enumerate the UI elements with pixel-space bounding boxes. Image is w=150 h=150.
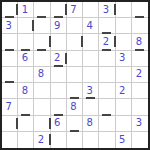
- cell-r4c6[interactable]: [99, 67, 115, 83]
- consecutive-mark-vertical-r0c3: [65, 4, 67, 15]
- cell-r5c7[interactable]: 2: [116, 83, 132, 99]
- cell-r3c3[interactable]: 2: [51, 51, 67, 67]
- given-digit: 3: [87, 86, 93, 96]
- cell-r5c0[interactable]: [2, 83, 18, 99]
- cell-r7c0[interactable]: [2, 116, 18, 132]
- given-digit: 8: [70, 102, 76, 112]
- cell-r0c6[interactable]: 3: [99, 2, 115, 18]
- cell-r3c5[interactable]: [83, 51, 99, 67]
- consecutive-mark-vertical-r0c0: [16, 4, 18, 15]
- cell-r4c3[interactable]: [51, 67, 67, 83]
- consecutive-mark-horizontal-r5c4: [70, 97, 79, 99]
- cell-r5c3[interactable]: [51, 83, 67, 99]
- cell-r6c0[interactable]: 7: [2, 99, 18, 115]
- sudoku-board: 17339428623828327868325: [0, 0, 150, 150]
- cell-r4c7[interactable]: [116, 67, 132, 83]
- consecutive-mark-horizontal-r5c5: [86, 97, 95, 99]
- given-digit: 2: [38, 135, 44, 145]
- cell-r6c7[interactable]: [116, 99, 132, 115]
- consecutive-mark-horizontal-r3c3: [54, 65, 63, 67]
- consecutive-mark-horizontal-r0c8: [135, 16, 144, 18]
- cell-r7c7[interactable]: [116, 116, 132, 132]
- cell-r7c2[interactable]: [34, 116, 50, 132]
- cell-r6c5[interactable]: [83, 99, 99, 115]
- consecutive-mark-vertical-r7c0: [16, 118, 18, 129]
- consecutive-mark-horizontal-r4c0: [5, 81, 14, 83]
- cell-r5c4[interactable]: [67, 83, 83, 99]
- cell-r2c1[interactable]: [18, 34, 34, 50]
- consecutive-mark-vertical-r2c2: [49, 36, 51, 47]
- cell-r8c1[interactable]: [18, 132, 34, 148]
- cell-r5c8[interactable]: [132, 83, 148, 99]
- given-digit: 3: [103, 5, 109, 15]
- given-digit: 2: [54, 53, 60, 63]
- cell-r0c7[interactable]: [116, 2, 132, 18]
- cell-r8c7[interactable]: 5: [116, 132, 132, 148]
- cell-r1c5[interactable]: 4: [83, 18, 99, 34]
- cell-r4c0[interactable]: [2, 67, 18, 83]
- given-digit: 1: [22, 5, 28, 15]
- consecutive-mark-horizontal-r2c1: [21, 49, 30, 51]
- cell-r0c5[interactable]: [83, 2, 99, 18]
- consecutive-mark-vertical-r3c3: [65, 53, 67, 64]
- consecutive-mark-horizontal-r0c2: [37, 16, 46, 18]
- given-digit: 6: [22, 53, 28, 63]
- given-digit: 8: [22, 86, 28, 96]
- consecutive-mark-vertical-r8c2: [49, 134, 51, 145]
- cell-r4c8[interactable]: 2: [132, 67, 148, 83]
- cell-r1c6[interactable]: [99, 18, 115, 34]
- consecutive-mark-vertical-r2c4: [81, 36, 83, 47]
- given-digit: 4: [87, 21, 93, 31]
- cell-r8c8[interactable]: [132, 132, 148, 148]
- cell-r3c1[interactable]: 6: [18, 51, 34, 67]
- cell-r2c5[interactable]: [83, 34, 99, 50]
- cell-r3c7[interactable]: 3: [116, 51, 132, 67]
- cell-r6c8[interactable]: [132, 99, 148, 115]
- cell-r7c3[interactable]: 6: [51, 116, 67, 132]
- cell-r8c4[interactable]: [67, 132, 83, 148]
- cell-r2c6[interactable]: 2: [99, 34, 115, 50]
- given-digit: 3: [136, 118, 142, 128]
- cell-r8c5[interactable]: [83, 132, 99, 148]
- given-digit: 6: [54, 118, 60, 128]
- cell-r6c3[interactable]: [51, 99, 67, 115]
- cell-r7c8[interactable]: 3: [132, 116, 148, 132]
- cell-r0c0[interactable]: [2, 2, 18, 18]
- cell-r3c2[interactable]: [34, 51, 50, 67]
- consecutive-mark-vertical-r1c1: [32, 20, 34, 31]
- consecutive-mark-horizontal-r2c8: [135, 49, 144, 51]
- consecutive-mark-horizontal-r2c0: [5, 49, 14, 51]
- given-digit: 2: [103, 37, 109, 47]
- cell-r0c3[interactable]: [51, 2, 67, 18]
- cell-r4c2[interactable]: 8: [34, 67, 50, 83]
- cell-r7c1[interactable]: [18, 116, 34, 132]
- cell-r1c4[interactable]: [67, 18, 83, 34]
- consecutive-mark-vertical-r7c2: [49, 118, 51, 129]
- cell-r5c6[interactable]: [99, 83, 115, 99]
- cell-r7c5[interactable]: 8: [83, 116, 99, 132]
- cell-r1c8[interactable]: [132, 18, 148, 34]
- given-digit: 3: [119, 53, 125, 63]
- given-digit: 8: [38, 69, 44, 79]
- cell-r5c5[interactable]: 3: [83, 83, 99, 99]
- cell-r2c7[interactable]: [116, 34, 132, 50]
- consecutive-mark-horizontal-r1c6: [102, 32, 111, 34]
- given-digit: 9: [54, 21, 60, 31]
- consecutive-mark-horizontal-r2c6: [102, 49, 111, 51]
- cell-r8c3[interactable]: [51, 132, 67, 148]
- consecutive-mark-horizontal-r6c3: [54, 114, 63, 116]
- cell-r6c6[interactable]: [99, 99, 115, 115]
- consecutive-mark-horizontal-r0c3: [54, 16, 63, 18]
- cell-r0c4[interactable]: 7: [67, 2, 83, 18]
- cell-r2c4[interactable]: [67, 34, 83, 50]
- cell-r8c0[interactable]: [2, 132, 18, 148]
- cell-r2c3[interactable]: [51, 34, 67, 50]
- given-digit: 7: [70, 5, 76, 15]
- cell-r0c2[interactable]: [34, 2, 50, 18]
- cell-r3c8[interactable]: [132, 51, 148, 67]
- cell-r3c4[interactable]: [67, 51, 83, 67]
- cell-r6c4[interactable]: 8: [67, 99, 83, 115]
- given-digit: 2: [119, 86, 125, 96]
- cell-r7c4[interactable]: [67, 116, 83, 132]
- cell-r1c3[interactable]: 9: [51, 18, 67, 34]
- cell-r1c1[interactable]: [18, 18, 34, 34]
- given-digit: 8: [136, 37, 142, 47]
- cell-r5c2[interactable]: [34, 83, 50, 99]
- consecutive-mark-vertical-r0c6: [114, 4, 116, 15]
- cell-r5c1[interactable]: 8: [18, 83, 34, 99]
- cell-r0c1[interactable]: 1: [18, 2, 34, 18]
- cell-r6c2[interactable]: [34, 99, 50, 115]
- cell-r6c1[interactable]: [18, 99, 34, 115]
- given-digit: 8: [87, 118, 93, 128]
- cell-r1c7[interactable]: [116, 18, 132, 34]
- cell-r8c6[interactable]: [99, 132, 115, 148]
- given-digit: 2: [136, 69, 142, 79]
- cell-r1c0[interactable]: 3: [2, 18, 18, 34]
- cell-r8c2[interactable]: 2: [34, 132, 50, 148]
- consecutive-mark-horizontal-r0c0: [5, 16, 14, 18]
- cell-r4c1[interactable]: [18, 67, 34, 83]
- cell-r2c2[interactable]: [34, 34, 50, 50]
- given-digit: 5: [119, 135, 125, 145]
- cell-r4c5[interactable]: [83, 67, 99, 83]
- cell-r0c8[interactable]: [132, 2, 148, 18]
- cell-r3c6[interactable]: [99, 51, 115, 67]
- consecutive-mark-vertical-r2c6: [114, 36, 116, 47]
- consecutive-mark-horizontal-r2c2: [37, 49, 46, 51]
- given-digit: 3: [5, 21, 11, 31]
- consecutive-mark-horizontal-r6c1: [21, 114, 30, 116]
- consecutive-mark-horizontal-r6c6: [102, 114, 111, 116]
- cell-r2c8[interactable]: 8: [132, 34, 148, 50]
- cell-r2c0[interactable]: [2, 34, 18, 50]
- cell-r7c6[interactable]: [99, 116, 115, 132]
- cell-r3c0[interactable]: [2, 51, 18, 67]
- cell-r4c4[interactable]: [67, 67, 83, 83]
- consecutive-mark-horizontal-r7c4: [70, 130, 79, 132]
- given-digit: 7: [5, 102, 11, 112]
- cell-r1c2[interactable]: [34, 18, 50, 34]
